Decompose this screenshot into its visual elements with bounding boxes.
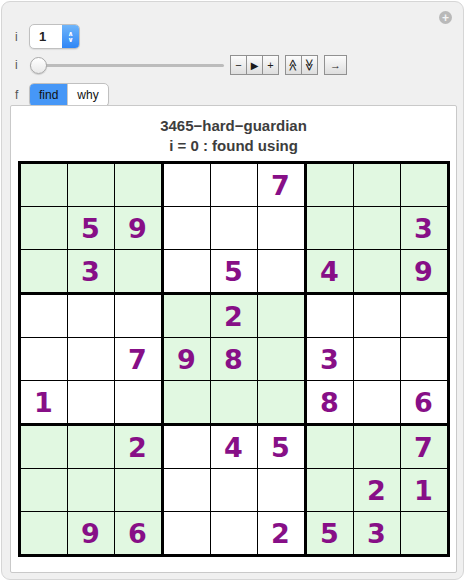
cell-r9c2: 9 <box>68 512 115 554</box>
cell-r2c6 <box>258 207 307 250</box>
cell-r8c9: 1 <box>401 469 447 512</box>
play-button[interactable]: ▶ <box>246 55 263 75</box>
cell-r6c5 <box>211 381 258 426</box>
popup-value: 1 <box>30 25 62 48</box>
cell-r3c2: 3 <box>68 250 115 295</box>
slider-thumb[interactable] <box>30 57 47 74</box>
cell-r6c3 <box>115 381 164 426</box>
cell-r7c2 <box>68 426 115 469</box>
cell-r9c4 <box>164 512 211 554</box>
cell-r4c9 <box>401 295 447 338</box>
cell-r5c9 <box>401 338 447 381</box>
cell-r7c5: 4 <box>211 426 258 469</box>
cell-r7c1 <box>21 426 68 469</box>
slider-track[interactable] <box>30 64 224 67</box>
puzzle-subtitle: i = 0 : found using <box>11 137 456 154</box>
cell-r1c7 <box>307 164 354 207</box>
cell-r1c9 <box>401 164 447 207</box>
cell-r8c7 <box>307 469 354 512</box>
cell-r6c2 <box>68 381 115 426</box>
cell-r8c3 <box>115 469 164 512</box>
step-backward-button[interactable]: − <box>230 55 247 75</box>
cell-r1c4 <box>164 164 211 207</box>
cell-r5c1 <box>21 338 68 381</box>
cell-r3c3 <box>115 250 164 295</box>
double-chevron-up-icon: ≪ <box>287 59 301 72</box>
cell-r1c8 <box>354 164 401 207</box>
output-panel: 3465−hard−guardian i = 0 : found using 7… <box>10 105 457 573</box>
puzzle-title: 3465−hard−guardian <box>11 117 456 134</box>
cell-r5c6 <box>258 338 307 381</box>
cell-r1c2 <box>68 164 115 207</box>
slower-button[interactable]: ≪ <box>301 55 318 75</box>
cell-r7c3: 2 <box>115 426 164 469</box>
cell-r6c4 <box>164 381 211 426</box>
cell-r2c2: 5 <box>68 207 115 250</box>
double-chevron-down-icon: ≪ <box>303 59 317 72</box>
cell-r2c7 <box>307 207 354 250</box>
cell-r7c6: 5 <box>258 426 307 469</box>
cell-r5c3: 7 <box>115 338 164 381</box>
cell-r2c1 <box>21 207 68 250</box>
manipulate-frame: + i 1 ∧ ∨ i − ▶ + ≪ ≪ → f <box>1 1 464 580</box>
slider-label: i <box>15 58 29 72</box>
popup-label: i <box>15 30 29 44</box>
cell-r7c4 <box>164 426 211 469</box>
direction-button[interactable]: → <box>324 55 347 75</box>
cell-r8c6 <box>258 469 307 512</box>
faster-button[interactable]: ≪ <box>285 55 302 75</box>
cell-r4c5: 2 <box>211 295 258 338</box>
cell-r1c6: 7 <box>258 164 307 207</box>
cell-r9c8: 3 <box>354 512 401 554</box>
cell-r4c7 <box>307 295 354 338</box>
cell-r2c3: 9 <box>115 207 164 250</box>
cell-r7c7 <box>307 426 354 469</box>
cell-r3c4 <box>164 250 211 295</box>
cell-r9c9 <box>401 512 447 554</box>
cell-r6c6 <box>258 381 307 426</box>
cell-r7c8 <box>354 426 401 469</box>
cell-r6c9: 6 <box>401 381 447 426</box>
f-setter-bar: find why <box>29 83 109 107</box>
cell-r3c6 <box>258 250 307 295</box>
sudoku-board: 759335492798318624572196253 <box>18 161 450 557</box>
cell-r3c8 <box>354 250 401 295</box>
cell-r9c3: 6 <box>115 512 164 554</box>
play-icon: ▶ <box>251 60 259 71</box>
cell-r5c5: 8 <box>211 338 258 381</box>
manipulate-menu-icon[interactable]: + <box>439 11 452 24</box>
cell-r3c9: 9 <box>401 250 447 295</box>
cell-r6c7: 8 <box>307 381 354 426</box>
cell-r5c8 <box>354 338 401 381</box>
cell-r2c5 <box>211 207 258 250</box>
cell-r8c8: 2 <box>354 469 401 512</box>
cell-r9c7: 5 <box>307 512 354 554</box>
cell-r7c9: 7 <box>401 426 447 469</box>
cell-r4c1 <box>21 295 68 338</box>
cell-r8c4 <box>164 469 211 512</box>
cell-r8c1 <box>21 469 68 512</box>
cell-r5c4: 9 <box>164 338 211 381</box>
cell-r1c5 <box>211 164 258 207</box>
cell-r6c1: 1 <box>21 381 68 426</box>
cell-r5c7: 3 <box>307 338 354 381</box>
cell-r6c8 <box>354 381 401 426</box>
setter-option-why[interactable]: why <box>67 84 107 106</box>
cell-r9c1 <box>21 512 68 554</box>
cell-r3c5: 5 <box>211 250 258 295</box>
cell-r2c9: 3 <box>401 207 447 250</box>
cell-r4c8 <box>354 295 401 338</box>
cell-r2c4 <box>164 207 211 250</box>
popup-stepper-icon[interactable]: ∧ ∨ <box>62 25 79 48</box>
cell-r4c6 <box>258 295 307 338</box>
i-slider[interactable] <box>30 57 224 74</box>
cell-r4c2 <box>68 295 115 338</box>
cell-r8c2 <box>68 469 115 512</box>
cell-r9c5 <box>211 512 258 554</box>
cell-r2c8 <box>354 207 401 250</box>
cell-r9c6: 2 <box>258 512 307 554</box>
cell-r5c2 <box>68 338 115 381</box>
cell-r8c5 <box>211 469 258 512</box>
i-popup-menu[interactable]: 1 ∧ ∨ <box>29 24 80 49</box>
cell-r3c7: 4 <box>307 250 354 295</box>
cell-r4c3 <box>115 295 164 338</box>
cell-r1c3 <box>115 164 164 207</box>
cell-r3c1 <box>21 250 68 295</box>
chevron-down-icon: ∨ <box>68 37 74 43</box>
setter-option-find[interactable]: find <box>30 84 67 106</box>
cell-r1c1 <box>21 164 68 207</box>
cell-r4c4 <box>164 295 211 338</box>
setter-label: f <box>15 88 29 102</box>
step-forward-button[interactable]: + <box>262 55 279 75</box>
